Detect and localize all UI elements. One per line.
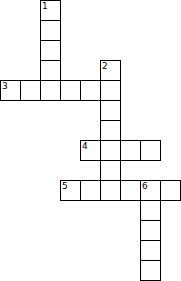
crossword-cell-r7c4[interactable]: 4 <box>80 140 101 161</box>
crossword-cell-r2c2[interactable] <box>40 40 61 61</box>
clue-number-5: 5 <box>62 181 68 191</box>
crossword-cell-r12c7[interactable] <box>140 240 161 261</box>
crossword-cell-r4c0[interactable]: 3 <box>0 80 21 101</box>
crossword-cell-r9c3[interactable]: 5 <box>60 180 81 201</box>
crossword-cell-r4c1[interactable] <box>20 80 41 101</box>
crossword-cell-r5c5[interactable] <box>100 100 121 121</box>
crossword-board: 123456 <box>0 0 181 281</box>
crossword-cell-r9c5[interactable] <box>100 180 121 201</box>
crossword-cell-r7c5[interactable] <box>100 140 121 161</box>
crossword-cell-r7c6[interactable] <box>120 140 141 161</box>
clue-number-1: 1 <box>42 1 48 11</box>
crossword-cell-r4c4[interactable] <box>80 80 101 101</box>
crossword-cell-r0c2[interactable]: 1 <box>40 0 61 21</box>
crossword-cell-r9c8[interactable] <box>160 180 181 201</box>
crossword-cell-r1c2[interactable] <box>40 20 61 41</box>
crossword-cell-r9c4[interactable] <box>80 180 101 201</box>
crossword-cell-r4c5[interactable] <box>100 80 121 101</box>
crossword-cell-r13c7[interactable] <box>140 260 161 281</box>
clue-number-3: 3 <box>2 81 8 91</box>
crossword-cell-r10c7[interactable] <box>140 200 161 221</box>
crossword-cell-r9c7[interactable]: 6 <box>140 180 161 201</box>
clue-number-4: 4 <box>82 141 88 151</box>
crossword-cell-r3c5[interactable]: 2 <box>100 60 121 81</box>
crossword-cell-r3c2[interactable] <box>40 60 61 81</box>
crossword-cell-r4c3[interactable] <box>60 80 81 101</box>
crossword-cell-r8c5[interactable] <box>100 160 121 181</box>
crossword-cell-r6c5[interactable] <box>100 120 121 141</box>
clue-number-2: 2 <box>102 61 108 71</box>
crossword-cell-r9c6[interactable] <box>120 180 141 201</box>
crossword-cell-r11c7[interactable] <box>140 220 161 241</box>
clue-number-6: 6 <box>142 181 148 191</box>
crossword-cell-r4c2[interactable] <box>40 80 61 101</box>
crossword-cell-r7c7[interactable] <box>140 140 161 161</box>
